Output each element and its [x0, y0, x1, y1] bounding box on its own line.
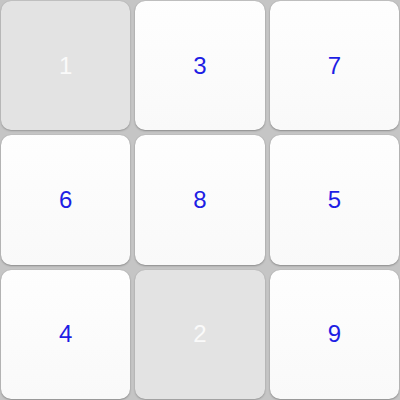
cell-r2c0[interactable]: 4: [1, 270, 130, 399]
cell-r0c2[interactable]: 7: [270, 1, 399, 130]
number-puzzle-board: 1 3 7 6 8 5 4 2 9: [0, 0, 400, 400]
cell-r0c0[interactable]: 1: [1, 1, 130, 130]
cell-r1c0[interactable]: 6: [1, 135, 130, 264]
cell-r0c1[interactable]: 3: [135, 1, 264, 130]
cell-r2c1[interactable]: 2: [135, 270, 264, 399]
cell-r1c2[interactable]: 5: [270, 135, 399, 264]
cell-r2c2[interactable]: 9: [270, 270, 399, 399]
cell-r1c1[interactable]: 8: [135, 135, 264, 264]
